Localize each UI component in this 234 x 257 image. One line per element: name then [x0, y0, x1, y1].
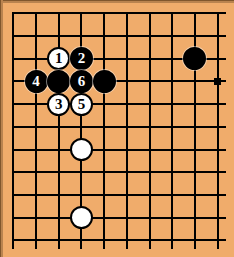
stone-move-number: 6	[78, 74, 86, 89]
grid-line-horizontal	[12, 12, 226, 14]
grid-line-horizontal	[12, 103, 226, 105]
black-stone	[47, 70, 70, 93]
go-board: 124635	[0, 0, 234, 257]
grid-line-horizontal	[12, 171, 226, 173]
grid-line-vertical	[103, 12, 105, 249]
stone-move-number: 3	[55, 97, 63, 112]
grid-line-horizontal	[12, 217, 226, 219]
stone-move-number: 1	[55, 51, 63, 66]
grid-line-horizontal	[12, 239, 226, 241]
grid-line-vertical	[171, 12, 173, 249]
grid-line-vertical	[12, 12, 14, 249]
grid-line-vertical	[126, 12, 128, 249]
grid-line-horizontal	[12, 35, 226, 37]
black-stone-move-6: 6	[70, 70, 93, 93]
black-stone	[93, 70, 116, 93]
white-stone	[70, 138, 93, 161]
board-frame-top-edge	[0, 0, 234, 3]
white-stone	[70, 206, 93, 229]
grid-line-horizontal	[12, 126, 226, 128]
stone-move-number: 5	[78, 97, 86, 112]
grid-line-vertical	[149, 12, 151, 249]
white-stone-move-5: 5	[70, 93, 93, 116]
star-point-marker	[214, 78, 221, 85]
grid-line-vertical	[217, 12, 219, 249]
black-stone	[183, 47, 206, 70]
white-stone-move-3: 3	[47, 93, 70, 116]
black-stone-move-2: 2	[70, 47, 93, 70]
black-stone-move-4: 4	[25, 70, 48, 93]
white-stone-move-1: 1	[47, 47, 70, 70]
board-frame-left-edge	[0, 0, 3, 257]
grid-line-horizontal	[12, 194, 226, 196]
grid-line-horizontal	[12, 149, 226, 151]
go-board-diagram: 124635	[0, 0, 234, 257]
stone-move-number: 2	[78, 51, 86, 66]
stone-move-number: 4	[32, 74, 40, 89]
grid-line-vertical	[35, 12, 37, 249]
